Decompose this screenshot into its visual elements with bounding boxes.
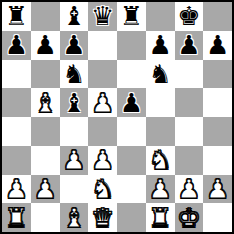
square-e4[interactable] [117, 117, 146, 146]
piece-white-rook[interactable]: ♜ [148, 204, 171, 232]
piece-white-pawn[interactable]: ♟ [177, 175, 200, 203]
piece-white-knight[interactable]: ♞ [91, 175, 114, 203]
square-a1[interactable]: ♜ [2, 203, 31, 232]
square-f4[interactable] [146, 117, 175, 146]
piece-black-pawn[interactable]: ♟ [5, 31, 28, 59]
square-e1[interactable] [117, 203, 146, 232]
piece-black-pawn[interactable]: ♟ [33, 31, 56, 59]
piece-black-pawn[interactable]: ♟ [120, 89, 143, 117]
piece-black-pawn[interactable]: ♟ [177, 31, 200, 59]
square-g3[interactable] [175, 146, 204, 175]
piece-white-king[interactable]: ♚ [177, 204, 200, 232]
square-b6[interactable] [31, 60, 60, 89]
square-c4[interactable] [60, 117, 89, 146]
square-a6[interactable] [2, 60, 31, 89]
square-g8[interactable]: ♚ [175, 2, 204, 31]
square-c7[interactable]: ♟ [60, 31, 89, 60]
square-e2[interactable] [117, 175, 146, 204]
piece-white-pawn[interactable]: ♟ [62, 146, 85, 174]
piece-black-bishop[interactable]: ♝ [62, 89, 85, 117]
square-h7[interactable]: ♟ [203, 31, 232, 60]
piece-black-pawn[interactable]: ♟ [206, 31, 229, 59]
piece-white-queen[interactable]: ♛ [91, 204, 114, 232]
square-c6[interactable]: ♞ [60, 60, 89, 89]
square-c1[interactable]: ♝ [60, 203, 89, 232]
square-d8[interactable]: ♛ [88, 2, 117, 31]
piece-white-bishop[interactable]: ♝ [62, 204, 85, 232]
piece-black-knight[interactable]: ♞ [62, 60, 85, 88]
square-g5[interactable] [175, 88, 204, 117]
square-a4[interactable] [2, 117, 31, 146]
chess-board: ♜♝♛♜♚♟♟♟♟♟♟♞♞♝♝♟♟♟♟♞♟♟♞♟♟♟♜♝♛♜♚ [0, 0, 234, 234]
piece-white-bishop[interactable]: ♝ [33, 89, 56, 117]
square-d4[interactable] [88, 117, 117, 146]
square-f3[interactable]: ♞ [146, 146, 175, 175]
square-f5[interactable] [146, 88, 175, 117]
piece-white-rook[interactable]: ♜ [5, 204, 28, 232]
square-e6[interactable] [117, 60, 146, 89]
square-d5[interactable]: ♟ [88, 88, 117, 117]
square-f8[interactable] [146, 2, 175, 31]
piece-black-knight[interactable]: ♞ [148, 60, 171, 88]
piece-black-king[interactable]: ♚ [177, 2, 200, 30]
piece-white-knight[interactable]: ♞ [148, 146, 171, 174]
piece-white-pawn[interactable]: ♟ [206, 175, 229, 203]
square-c8[interactable]: ♝ [60, 2, 89, 31]
square-g7[interactable]: ♟ [175, 31, 204, 60]
square-g1[interactable]: ♚ [175, 203, 204, 232]
square-h1[interactable] [203, 203, 232, 232]
square-b8[interactable] [31, 2, 60, 31]
piece-white-pawn[interactable]: ♟ [91, 146, 114, 174]
square-e7[interactable] [117, 31, 146, 60]
square-c3[interactable]: ♟ [60, 146, 89, 175]
square-a7[interactable]: ♟ [2, 31, 31, 60]
square-c5[interactable]: ♝ [60, 88, 89, 117]
square-e5[interactable]: ♟ [117, 88, 146, 117]
square-d6[interactable] [88, 60, 117, 89]
piece-black-pawn[interactable]: ♟ [148, 31, 171, 59]
piece-black-bishop[interactable]: ♝ [62, 2, 85, 30]
square-d7[interactable] [88, 31, 117, 60]
square-h5[interactable] [203, 88, 232, 117]
piece-white-pawn[interactable]: ♟ [5, 175, 28, 203]
square-b4[interactable] [31, 117, 60, 146]
square-c2[interactable] [60, 175, 89, 204]
piece-white-pawn[interactable]: ♟ [91, 89, 114, 117]
piece-black-queen[interactable]: ♛ [91, 2, 114, 30]
square-e8[interactable]: ♜ [117, 2, 146, 31]
square-d2[interactable]: ♞ [88, 175, 117, 204]
square-a2[interactable]: ♟ [2, 175, 31, 204]
square-b7[interactable]: ♟ [31, 31, 60, 60]
square-a8[interactable]: ♜ [2, 2, 31, 31]
square-b5[interactable]: ♝ [31, 88, 60, 117]
square-h3[interactable] [203, 146, 232, 175]
square-a5[interactable] [2, 88, 31, 117]
square-f7[interactable]: ♟ [146, 31, 175, 60]
square-g4[interactable] [175, 117, 204, 146]
square-h8[interactable] [203, 2, 232, 31]
square-h2[interactable]: ♟ [203, 175, 232, 204]
piece-black-rook[interactable]: ♜ [120, 2, 143, 30]
piece-white-pawn[interactable]: ♟ [33, 175, 56, 203]
square-h4[interactable] [203, 117, 232, 146]
square-d1[interactable]: ♛ [88, 203, 117, 232]
square-f2[interactable]: ♟ [146, 175, 175, 204]
square-b3[interactable] [31, 146, 60, 175]
square-b2[interactable]: ♟ [31, 175, 60, 204]
piece-black-rook[interactable]: ♜ [5, 2, 28, 30]
piece-black-pawn[interactable]: ♟ [62, 31, 85, 59]
square-d3[interactable]: ♟ [88, 146, 117, 175]
square-h6[interactable] [203, 60, 232, 89]
square-g6[interactable] [175, 60, 204, 89]
square-g2[interactable]: ♟ [175, 175, 204, 204]
piece-white-pawn[interactable]: ♟ [148, 175, 171, 203]
square-f1[interactable]: ♜ [146, 203, 175, 232]
square-e3[interactable] [117, 146, 146, 175]
square-a3[interactable] [2, 146, 31, 175]
square-b1[interactable] [31, 203, 60, 232]
square-f6[interactable]: ♞ [146, 60, 175, 89]
